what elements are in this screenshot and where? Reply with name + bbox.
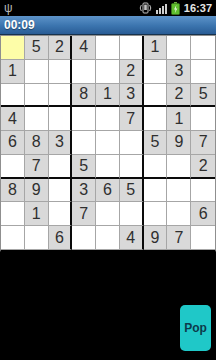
cell-r8c3[interactable] — [49, 202, 73, 226]
cell-r8c1[interactable] — [1, 202, 25, 226]
cell-r1c3[interactable]: 2 — [49, 36, 73, 60]
cell-r7c4[interactable]: 3 — [72, 179, 96, 203]
timer-bar: 00:09 — [0, 16, 216, 35]
cell-r1c9[interactable] — [191, 36, 215, 60]
cell-r2c2[interactable] — [25, 60, 49, 84]
cell-r1c8[interactable] — [167, 36, 191, 60]
cell-r7c6[interactable]: 5 — [120, 179, 144, 203]
cell-r5c4[interactable] — [72, 131, 96, 155]
cell-r9c2[interactable] — [25, 226, 49, 250]
cell-r9c1[interactable] — [1, 226, 25, 250]
status-time: 16:37 — [184, 2, 212, 14]
cell-r6c3[interactable] — [49, 155, 73, 179]
sudoku-board: 524112381325471683597752893651766497 — [0, 35, 216, 252]
status-bar: ψ 16:37 — [0, 0, 216, 16]
cell-r2c1[interactable]: 1 — [1, 60, 25, 84]
timer-value: 00:09 — [4, 18, 35, 32]
cell-r4c1[interactable]: 4 — [1, 107, 25, 131]
cell-r3c6[interactable]: 3 — [120, 84, 144, 108]
cell-r6c6[interactable] — [120, 155, 144, 179]
cell-r8c5[interactable] — [96, 202, 120, 226]
cell-r1c1[interactable] — [1, 36, 25, 60]
cell-r9c5[interactable] — [96, 226, 120, 250]
cell-r2c5[interactable] — [96, 60, 120, 84]
cell-r6c1[interactable] — [1, 155, 25, 179]
cell-r3c3[interactable] — [49, 84, 73, 108]
cell-r8c4[interactable]: 7 — [72, 202, 96, 226]
cell-r6c7[interactable] — [144, 155, 168, 179]
cell-r5c6[interactable] — [120, 131, 144, 155]
cell-r4c5[interactable] — [96, 107, 120, 131]
cell-r7c7[interactable] — [144, 179, 168, 203]
signal-strength-icon — [156, 3, 167, 14]
cell-r4c7[interactable] — [144, 107, 168, 131]
cell-r5c5[interactable] — [96, 131, 120, 155]
cell-r4c8[interactable]: 1 — [167, 107, 191, 131]
cell-r3c5[interactable]: 1 — [96, 84, 120, 108]
cell-r3c2[interactable] — [25, 84, 49, 108]
cell-r8c9[interactable]: 6 — [191, 202, 215, 226]
cell-r5c7[interactable]: 5 — [144, 131, 168, 155]
cell-r7c3[interactable] — [49, 179, 73, 203]
phone-screen: ψ 16:37 00:09 52411238132547168359775289… — [0, 0, 216, 360]
cell-r8c2[interactable]: 1 — [25, 202, 49, 226]
cell-r6c8[interactable] — [167, 155, 191, 179]
cell-r3c1[interactable] — [1, 84, 25, 108]
cell-r5c8[interactable]: 9 — [167, 131, 191, 155]
cell-r2c9[interactable] — [191, 60, 215, 84]
cell-r4c4[interactable] — [72, 107, 96, 131]
cell-r9c6[interactable]: 4 — [120, 226, 144, 250]
cell-r6c5[interactable] — [96, 155, 120, 179]
cell-r9c4[interactable] — [72, 226, 96, 250]
cell-r1c6[interactable] — [120, 36, 144, 60]
cell-r9c3[interactable]: 6 — [49, 226, 73, 250]
cell-r8c8[interactable] — [167, 202, 191, 226]
cell-r2c4[interactable] — [72, 60, 96, 84]
cell-r7c8[interactable] — [167, 179, 191, 203]
cell-r4c3[interactable] — [49, 107, 73, 131]
cell-r7c5[interactable]: 6 — [96, 179, 120, 203]
cell-r9c8[interactable]: 7 — [167, 226, 191, 250]
cell-r2c8[interactable]: 3 — [167, 60, 191, 84]
cell-r8c6[interactable] — [120, 202, 144, 226]
cell-r4c9[interactable] — [191, 107, 215, 131]
cell-r1c5[interactable] — [96, 36, 120, 60]
cell-r7c2[interactable]: 9 — [25, 179, 49, 203]
cell-r1c2[interactable]: 5 — [25, 36, 49, 60]
usb-icon: ψ — [4, 1, 13, 15]
cell-r6c2[interactable]: 7 — [25, 155, 49, 179]
vibrate-icon — [139, 2, 152, 14]
cell-r5c9[interactable]: 7 — [191, 131, 215, 155]
cell-r1c4[interactable]: 4 — [72, 36, 96, 60]
cell-r1c7[interactable]: 1 — [144, 36, 168, 60]
cell-r4c6[interactable]: 7 — [120, 107, 144, 131]
cell-r5c1[interactable]: 6 — [1, 131, 25, 155]
cell-r9c7[interactable]: 9 — [144, 226, 168, 250]
pop-button[interactable]: Pop — [180, 305, 211, 351]
cell-r3c4[interactable]: 8 — [72, 84, 96, 108]
cell-r5c2[interactable]: 8 — [25, 131, 49, 155]
cell-r2c3[interactable] — [49, 60, 73, 84]
cell-r6c4[interactable]: 5 — [72, 155, 96, 179]
cell-r4c2[interactable] — [25, 107, 49, 131]
battery-charging-icon — [171, 2, 180, 15]
cell-r8c7[interactable] — [144, 202, 168, 226]
cell-r2c7[interactable] — [144, 60, 168, 84]
cell-r7c1[interactable]: 8 — [1, 179, 25, 203]
cell-r9c9[interactable] — [191, 226, 215, 250]
cell-r3c7[interactable] — [144, 84, 168, 108]
cell-r7c9[interactable] — [191, 179, 215, 203]
cell-r2c6[interactable]: 2 — [120, 60, 144, 84]
cell-r5c3[interactable]: 3 — [49, 131, 73, 155]
cell-r3c9[interactable]: 5 — [191, 84, 215, 108]
bottom-panel: Pop — [0, 252, 216, 360]
cell-r6c9[interactable]: 2 — [191, 155, 215, 179]
cell-r3c8[interactable]: 2 — [167, 84, 191, 108]
